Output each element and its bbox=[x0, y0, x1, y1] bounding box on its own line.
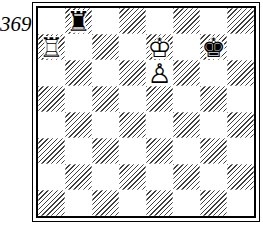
square-f4 bbox=[173, 112, 200, 138]
white-pawn-glyph: ♙ bbox=[146, 60, 173, 86]
white-king-glyph: ♔ bbox=[146, 34, 173, 60]
square-b2 bbox=[65, 164, 92, 190]
square-a5 bbox=[38, 86, 65, 112]
square-h3 bbox=[227, 138, 254, 164]
square-c8 bbox=[92, 8, 119, 34]
white-pawn-halo: ♟ bbox=[146, 60, 173, 86]
white-king-halo: ♚ bbox=[146, 34, 173, 60]
square-d7 bbox=[119, 34, 146, 60]
square-e1 bbox=[146, 190, 173, 216]
square-g1 bbox=[200, 190, 227, 216]
square-h2 bbox=[227, 164, 254, 190]
square-c6 bbox=[92, 60, 119, 86]
chess-diagram-page: 369 ♜♜♜♖♚♔♚♚♟♙ bbox=[0, 0, 263, 225]
square-b5 bbox=[65, 86, 92, 112]
square-c7 bbox=[92, 34, 119, 60]
white-rook-a7: ♜♖ bbox=[38, 34, 65, 60]
square-c2 bbox=[92, 164, 119, 190]
square-b8: ♜♜ bbox=[65, 8, 92, 34]
square-a3 bbox=[38, 138, 65, 164]
square-b4 bbox=[65, 112, 92, 138]
square-f8 bbox=[173, 8, 200, 34]
square-a7: ♜♖ bbox=[38, 34, 65, 60]
square-h6 bbox=[227, 60, 254, 86]
black-rook-glyph: ♜ bbox=[65, 8, 92, 34]
square-c1 bbox=[92, 190, 119, 216]
square-h4 bbox=[227, 112, 254, 138]
square-e5 bbox=[146, 86, 173, 112]
chess-board: ♜♜♜♖♚♔♚♚♟♙ bbox=[36, 6, 256, 218]
square-f2 bbox=[173, 164, 200, 190]
diagram-number: 369 bbox=[0, 12, 32, 37]
square-h7 bbox=[227, 34, 254, 60]
square-c3 bbox=[92, 138, 119, 164]
square-e8 bbox=[146, 8, 173, 34]
square-e4 bbox=[146, 112, 173, 138]
black-king-g7: ♚♚ bbox=[200, 34, 227, 60]
black-king-halo: ♚ bbox=[200, 34, 227, 60]
black-king-glyph: ♚ bbox=[200, 34, 227, 60]
square-e6: ♟♙ bbox=[146, 60, 173, 86]
chess-board-frame: ♜♜♜♖♚♔♚♚♟♙ bbox=[32, 2, 260, 222]
square-d6 bbox=[119, 60, 146, 86]
white-rook-glyph: ♖ bbox=[38, 34, 65, 60]
square-f6 bbox=[173, 60, 200, 86]
square-g3 bbox=[200, 138, 227, 164]
square-h8 bbox=[227, 8, 254, 34]
square-h5 bbox=[227, 86, 254, 112]
square-b1 bbox=[65, 190, 92, 216]
square-f3 bbox=[173, 138, 200, 164]
square-a6 bbox=[38, 60, 65, 86]
square-g4 bbox=[200, 112, 227, 138]
square-f7 bbox=[173, 34, 200, 60]
square-g7: ♚♚ bbox=[200, 34, 227, 60]
square-g5 bbox=[200, 86, 227, 112]
square-e7: ♚♔ bbox=[146, 34, 173, 60]
square-a8 bbox=[38, 8, 65, 34]
square-f5 bbox=[173, 86, 200, 112]
square-b7 bbox=[65, 34, 92, 60]
square-a2 bbox=[38, 164, 65, 190]
square-b3 bbox=[65, 138, 92, 164]
white-rook-halo: ♜ bbox=[38, 34, 65, 60]
white-pawn-e6: ♟♙ bbox=[146, 60, 173, 86]
square-f1 bbox=[173, 190, 200, 216]
square-c5 bbox=[92, 86, 119, 112]
square-a4 bbox=[38, 112, 65, 138]
square-d3 bbox=[119, 138, 146, 164]
square-d5 bbox=[119, 86, 146, 112]
square-g6 bbox=[200, 60, 227, 86]
square-d2 bbox=[119, 164, 146, 190]
square-c4 bbox=[92, 112, 119, 138]
square-e2 bbox=[146, 164, 173, 190]
white-king-e7: ♚♔ bbox=[146, 34, 173, 60]
square-e3 bbox=[146, 138, 173, 164]
square-d4 bbox=[119, 112, 146, 138]
square-g8 bbox=[200, 8, 227, 34]
square-g2 bbox=[200, 164, 227, 190]
black-rook-b8: ♜♜ bbox=[65, 8, 92, 34]
square-h1 bbox=[227, 190, 254, 216]
square-b6 bbox=[65, 60, 92, 86]
black-rook-halo: ♜ bbox=[65, 8, 92, 34]
square-d8 bbox=[119, 8, 146, 34]
square-d1 bbox=[119, 190, 146, 216]
square-a1 bbox=[38, 190, 65, 216]
